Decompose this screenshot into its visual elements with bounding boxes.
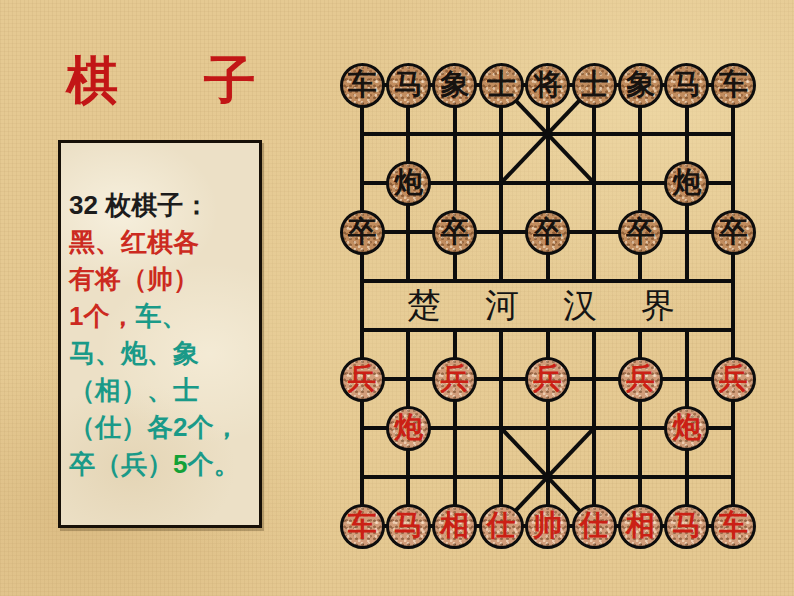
piece-red-horse[interactable]: 马 [664, 504, 709, 549]
piece-char: 马 [394, 70, 423, 99]
info-text-segment: 5 [173, 449, 187, 479]
xiangqi-board: 楚河汉界 车马象士将士象马车炮炮卒卒卒卒卒兵兵兵兵兵炮炮车马相仕帅仕相马车 [339, 60, 756, 551]
piece-black-horse[interactable]: 马 [386, 63, 431, 108]
info-text-segment: （相）、士 [69, 375, 199, 405]
river-char: 界 [641, 283, 675, 329]
piece-char: 兵 [533, 364, 562, 393]
info-line: 马、炮、象 [69, 335, 255, 372]
info-text-segment: 车、 [135, 301, 187, 331]
river-char: 楚 [407, 283, 441, 329]
piece-black-general[interactable]: 将 [525, 63, 570, 108]
info-text-segment: 枚棋子： [105, 190, 209, 220]
info-text-segment: 马、炮、象 [69, 338, 199, 368]
piece-red-horse[interactable]: 马 [386, 504, 431, 549]
piece-black-advisor[interactable]: 士 [479, 63, 524, 108]
info-text-segment: 32 [69, 190, 105, 220]
piece-char: 卒 [626, 217, 655, 246]
info-text-segment: 黑、红棋各 [69, 227, 199, 257]
piece-black-chariot[interactable]: 车 [711, 63, 756, 108]
river-label: 楚河汉界 [407, 284, 675, 328]
info-line: 1个，车、 [69, 298, 255, 335]
info-line: 卒（兵）5个。 [69, 446, 255, 483]
info-text-segment: 有将（帅） [69, 264, 199, 294]
info-box: 32 枚棋子：黑、红棋各有将（帅）1个，车、马、炮、象（相）、士（仕）各2个，卒… [58, 140, 262, 528]
piece-char: 车 [348, 70, 377, 99]
piece-char: 兵 [440, 364, 469, 393]
piece-char: 车 [719, 511, 748, 540]
piece-black-chariot[interactable]: 车 [340, 63, 385, 108]
info-line: 有将（帅） [69, 261, 255, 298]
info-text-segment: 2 [173, 412, 187, 442]
info-line: 32 枚棋子： [69, 187, 255, 224]
piece-char: 马 [672, 511, 701, 540]
piece-char: 帅 [533, 511, 562, 540]
piece-char: 炮 [672, 168, 701, 197]
piece-red-soldier[interactable]: 兵 [618, 357, 663, 402]
piece-char: 车 [719, 70, 748, 99]
piece-red-chariot[interactable]: 车 [711, 504, 756, 549]
piece-char: 士 [487, 70, 516, 99]
info-line: （仕）各2个， [69, 409, 255, 446]
info-text-segment: 个。 [187, 449, 239, 479]
piece-char: 象 [626, 70, 655, 99]
piece-char: 相 [440, 511, 469, 540]
piece-black-soldier[interactable]: 卒 [618, 210, 663, 255]
piece-red-soldier[interactable]: 兵 [711, 357, 756, 402]
piece-char: 马 [672, 70, 701, 99]
piece-red-cannon[interactable]: 炮 [664, 406, 709, 451]
piece-red-elephant[interactable]: 相 [618, 504, 663, 549]
piece-red-soldier[interactable]: 兵 [340, 357, 385, 402]
piece-black-soldier[interactable]: 卒 [711, 210, 756, 255]
piece-char: 车 [348, 511, 377, 540]
page-title: 棋 子 [66, 50, 290, 110]
info-line: （相）、士 [69, 372, 255, 409]
piece-char: 将 [533, 70, 562, 99]
piece-char: 卒 [533, 217, 562, 246]
piece-char: 仕 [580, 511, 609, 540]
piece-char: 炮 [672, 413, 701, 442]
piece-red-soldier[interactable]: 兵 [432, 357, 477, 402]
piece-char: 象 [440, 70, 469, 99]
piece-red-elephant[interactable]: 相 [432, 504, 477, 549]
piece-red-advisor[interactable]: 仕 [572, 504, 617, 549]
slide: 棋 子 32 枚棋子：黑、红棋各有将（帅）1个，车、马、炮、象（相）、士（仕）各… [0, 0, 794, 596]
piece-black-horse[interactable]: 马 [664, 63, 709, 108]
piece-char: 相 [626, 511, 655, 540]
info-text: 32 枚棋子：黑、红棋各有将（帅）1个，车、马、炮、象（相）、士（仕）各2个，卒… [69, 187, 255, 483]
piece-char: 仕 [487, 511, 516, 540]
piece-black-elephant[interactable]: 象 [432, 63, 477, 108]
info-text-segment: （仕）各 [69, 412, 173, 442]
piece-black-elephant[interactable]: 象 [618, 63, 663, 108]
river-char: 河 [485, 283, 519, 329]
piece-black-soldier[interactable]: 卒 [432, 210, 477, 255]
piece-char: 卒 [348, 217, 377, 246]
piece-char: 卒 [440, 217, 469, 246]
piece-char: 马 [394, 511, 423, 540]
info-text-segment: 个， [187, 412, 239, 442]
piece-red-general[interactable]: 帅 [525, 504, 570, 549]
info-text-segment: 1 [69, 301, 83, 331]
piece-char: 炮 [394, 413, 423, 442]
piece-red-chariot[interactable]: 车 [340, 504, 385, 549]
piece-char: 炮 [394, 168, 423, 197]
piece-red-cannon[interactable]: 炮 [386, 406, 431, 451]
piece-black-soldier[interactable]: 卒 [525, 210, 570, 255]
piece-char: 兵 [719, 364, 748, 393]
piece-black-soldier[interactable]: 卒 [340, 210, 385, 255]
piece-char: 兵 [348, 364, 377, 393]
info-text-segment: 个， [83, 301, 135, 331]
piece-red-soldier[interactable]: 兵 [525, 357, 570, 402]
info-text-segment: 卒（兵） [69, 449, 173, 479]
piece-char: 士 [580, 70, 609, 99]
info-line: 黑、红棋各 [69, 224, 255, 261]
piece-black-cannon[interactable]: 炮 [664, 161, 709, 206]
piece-black-advisor[interactable]: 士 [572, 63, 617, 108]
piece-black-cannon[interactable]: 炮 [386, 161, 431, 206]
river-char: 汉 [563, 283, 597, 329]
piece-char: 兵 [626, 364, 655, 393]
piece-red-advisor[interactable]: 仕 [479, 504, 524, 549]
piece-char: 卒 [719, 217, 748, 246]
